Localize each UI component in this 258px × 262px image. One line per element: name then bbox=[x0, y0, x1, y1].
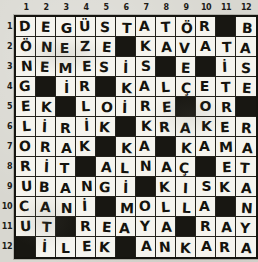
cell-letter: İ bbox=[44, 159, 50, 173]
col-labels: 123456789101112 bbox=[16, 0, 256, 15]
cell-r12c3[interactable]: L bbox=[56, 237, 76, 257]
cell-letter: A bbox=[141, 239, 152, 253]
cell-r3c3[interactable]: M bbox=[56, 57, 76, 77]
cell-r9c3[interactable]: A bbox=[56, 177, 76, 197]
cell-letter: T bbox=[160, 19, 170, 33]
cell-r8c8[interactable]: A bbox=[156, 157, 176, 177]
cell-r12c1 bbox=[16, 237, 36, 257]
col-label-3: 3 bbox=[56, 0, 76, 16]
cell-r12c8[interactable]: N bbox=[156, 237, 176, 257]
cell-r4c11[interactable]: T bbox=[216, 77, 236, 97]
cell-r1c8[interactable]: T bbox=[156, 17, 176, 37]
cell-r2c2[interactable]: N bbox=[36, 37, 56, 57]
cell-r4c9[interactable]: Ç bbox=[176, 77, 196, 97]
cell-r8c11[interactable]: E bbox=[216, 157, 236, 177]
cell-letter: O bbox=[18, 138, 31, 153]
cell-r9c12[interactable]: A bbox=[236, 177, 256, 197]
cell-r8c1[interactable]: R bbox=[16, 157, 36, 177]
cell-letter: S bbox=[141, 58, 151, 72]
cell-letter: N bbox=[158, 240, 170, 255]
cell-r6c8[interactable]: R bbox=[156, 117, 176, 137]
cell-r1c6[interactable]: T bbox=[116, 17, 136, 37]
cell-r12c9[interactable]: K bbox=[176, 237, 196, 257]
col-label-9: 9 bbox=[176, 0, 196, 16]
cell-r6c2[interactable]: İ bbox=[36, 117, 56, 137]
cell-r10c12[interactable]: N bbox=[236, 197, 256, 217]
cell-r9c8[interactable]: K bbox=[156, 177, 176, 197]
cell-r6c9[interactable]: A bbox=[176, 117, 196, 137]
cell-letter: İ bbox=[64, 81, 69, 95]
cell-r12c11[interactable]: R bbox=[216, 237, 236, 257]
cell-r11c11[interactable]: A bbox=[216, 217, 236, 237]
col-label-6: 6 bbox=[116, 0, 136, 16]
cell-r4c7[interactable]: A bbox=[136, 77, 156, 97]
cell-letter: A bbox=[199, 199, 210, 213]
cell-letter: Ö bbox=[180, 20, 192, 34]
cell-r5c8[interactable]: E bbox=[156, 97, 176, 117]
cell-letter: A bbox=[139, 138, 150, 152]
cell-letter: T bbox=[221, 39, 231, 53]
cell-r1c4[interactable]: Ü bbox=[76, 17, 96, 37]
cell-letter: A bbox=[61, 141, 72, 155]
cell-r3c8 bbox=[156, 57, 176, 77]
cell-r4c5 bbox=[96, 77, 116, 97]
cell-letter: K bbox=[99, 240, 111, 255]
cell-r9c1[interactable]: U bbox=[16, 177, 36, 197]
cell-r1c11 bbox=[216, 17, 236, 37]
cell-letter: E bbox=[101, 219, 111, 233]
cell-letter: İ bbox=[42, 240, 48, 254]
cell-letter: L bbox=[61, 241, 70, 255]
cell-letter: R bbox=[60, 121, 71, 135]
cell-r10c2[interactable]: A bbox=[36, 197, 56, 217]
cell-letter: A bbox=[180, 120, 191, 134]
cell-r9c6[interactable]: İ bbox=[116, 177, 136, 197]
cell-r4c10[interactable]: E bbox=[196, 77, 216, 97]
row-label-10: 10 bbox=[0, 197, 13, 217]
cell-r5c10[interactable]: O bbox=[196, 97, 216, 117]
cell-r7c7[interactable]: A bbox=[136, 137, 156, 157]
cell-letter: T bbox=[220, 79, 230, 93]
cell-r1c12[interactable]: B bbox=[236, 17, 256, 37]
cell-r8c9[interactable]: Ç bbox=[176, 157, 196, 177]
cell-r3c1[interactable]: N bbox=[16, 57, 36, 77]
cell-letter: T bbox=[60, 161, 70, 175]
cell-r11c5[interactable]: E bbox=[96, 217, 116, 237]
cell-letter: O bbox=[100, 99, 113, 114]
cell-r1c2[interactable]: E bbox=[36, 17, 56, 37]
cell-letter: N bbox=[80, 178, 92, 192]
cell-r9c10[interactable]: S bbox=[196, 177, 216, 197]
cell-r8c4 bbox=[76, 157, 96, 177]
cell-r10c4[interactable]: İ bbox=[76, 197, 96, 217]
cell-letter: R bbox=[221, 99, 232, 113]
cell-letter: K bbox=[41, 99, 52, 113]
cell-r5c7[interactable]: R bbox=[136, 97, 156, 117]
cell-letter: O bbox=[138, 198, 150, 212]
cell-r8c6[interactable]: L bbox=[116, 157, 136, 177]
cell-letter: Ç bbox=[181, 80, 192, 94]
cell-r3c9[interactable]: E bbox=[176, 57, 196, 77]
cell-letter: Z bbox=[80, 38, 91, 52]
cell-r11c9 bbox=[176, 217, 196, 237]
cell-letter: S bbox=[100, 19, 111, 34]
cell-r10c6[interactable]: M bbox=[116, 197, 136, 217]
cell-letter: K bbox=[180, 241, 191, 255]
cell-letter: A bbox=[139, 18, 150, 32]
cell-letter: S bbox=[99, 59, 110, 74]
cell-letter: M bbox=[119, 200, 133, 214]
cell-letter: M bbox=[218, 139, 232, 153]
cell-letter: A bbox=[40, 199, 51, 213]
cell-r11c4[interactable]: R bbox=[76, 217, 96, 237]
cell-letter: A bbox=[200, 39, 211, 53]
cell-letter: Ö bbox=[19, 38, 32, 53]
cell-letter: E bbox=[200, 79, 210, 93]
cell-r4c8[interactable]: L bbox=[156, 77, 176, 97]
cell-letter: L bbox=[161, 199, 171, 213]
cell-r2c4[interactable]: Z bbox=[76, 37, 96, 57]
cell-r11c3 bbox=[56, 217, 76, 237]
cell-r5c6[interactable]: İ bbox=[116, 97, 136, 117]
cell-letter: A bbox=[119, 220, 130, 234]
cell-letter: I bbox=[183, 180, 189, 194]
cell-r12c12[interactable]: A bbox=[236, 237, 256, 257]
cell-letter: K bbox=[141, 118, 152, 132]
cell-r12c2[interactable]: İ bbox=[36, 237, 56, 257]
cell-letter: G bbox=[98, 179, 110, 194]
cell-r4c6[interactable]: K bbox=[116, 77, 136, 97]
cell-letter: R bbox=[159, 119, 170, 134]
cell-r11c2[interactable]: T bbox=[36, 217, 56, 237]
cell-letter: E bbox=[60, 41, 70, 55]
cell-r1c3[interactable]: G bbox=[56, 17, 76, 37]
cell-r6c11[interactable]: E bbox=[216, 117, 236, 137]
cell-letter: C bbox=[19, 198, 30, 213]
row-label-1: 1 bbox=[0, 17, 13, 37]
cell-letter: T bbox=[240, 160, 250, 174]
cell-letter: R bbox=[219, 240, 230, 254]
cell-r4c1[interactable]: G bbox=[16, 77, 36, 97]
cell-r5c1[interactable]: E bbox=[16, 97, 36, 117]
cell-r3c6[interactable]: İ bbox=[116, 57, 136, 77]
cell-r10c8[interactable]: L bbox=[156, 197, 176, 217]
cell-letter: Ç bbox=[179, 160, 190, 174]
cell-r4c12[interactable]: E bbox=[236, 77, 256, 97]
cell-letter: N bbox=[61, 201, 73, 215]
cell-letter: G bbox=[18, 78, 30, 93]
col-label-1: 1 bbox=[16, 0, 36, 16]
cell-letter: R bbox=[240, 120, 251, 135]
cell-letter: İ bbox=[82, 198, 88, 212]
cell-r6c12[interactable]: R bbox=[236, 117, 256, 137]
cell-letter: İ bbox=[123, 180, 128, 194]
cell-letter: B bbox=[241, 20, 252, 35]
col-label-8: 8 bbox=[156, 0, 176, 16]
cell-r3c10 bbox=[196, 57, 216, 77]
cell-letter: T bbox=[122, 20, 132, 34]
cell-r7c3[interactable]: A bbox=[56, 137, 76, 157]
row-label-11: 11 bbox=[0, 217, 13, 237]
cell-letter: Ü bbox=[79, 18, 91, 32]
cell-letter: İ bbox=[222, 59, 228, 73]
cell-letter: R bbox=[80, 218, 91, 232]
cell-letter: D bbox=[18, 18, 30, 33]
cell-letter: L bbox=[120, 160, 129, 174]
row-label-3: 3 bbox=[0, 57, 13, 77]
cell-r3c11[interactable]: İ bbox=[216, 57, 236, 77]
cell-letter: U bbox=[19, 218, 31, 233]
cell-r6c10[interactable]: K bbox=[196, 117, 216, 137]
cell-r2c8[interactable]: A bbox=[156, 37, 176, 57]
cell-letter: Y bbox=[140, 218, 150, 232]
cell-r9c4[interactable]: N bbox=[76, 177, 96, 197]
cell-letter: K bbox=[121, 80, 132, 94]
row-label-6: 6 bbox=[0, 117, 13, 137]
cell-r10c9[interactable]: L bbox=[176, 197, 196, 217]
row-label-9: 9 bbox=[0, 177, 13, 197]
cell-r5c9 bbox=[176, 97, 196, 117]
cell-letter: E bbox=[180, 60, 190, 74]
cell-r9c9[interactable]: I bbox=[176, 177, 196, 197]
cell-letter: K bbox=[140, 38, 151, 52]
col-label-2: 2 bbox=[36, 0, 56, 16]
cell-r8c12[interactable]: T bbox=[236, 157, 256, 177]
cell-r10c7[interactable]: O bbox=[136, 197, 156, 217]
cell-r9c7 bbox=[136, 177, 156, 197]
cell-r2c7[interactable]: K bbox=[136, 37, 156, 57]
cell-r1c9[interactable]: Ö bbox=[176, 17, 196, 37]
col-label-7: 7 bbox=[136, 0, 156, 16]
cell-r5c2[interactable]: K bbox=[36, 97, 56, 117]
cell-r5c3 bbox=[56, 97, 76, 117]
cell-letter: İ bbox=[84, 118, 90, 132]
cell-r7c6[interactable]: K bbox=[116, 137, 136, 157]
cell-letter: O bbox=[200, 99, 212, 113]
cell-letter: R bbox=[20, 158, 31, 173]
cell-r6c6 bbox=[116, 117, 136, 137]
cell-r1c1[interactable]: D bbox=[16, 17, 36, 37]
cell-letter: M bbox=[59, 61, 73, 75]
cell-letter: V bbox=[179, 40, 190, 54]
cell-letter: R bbox=[140, 98, 151, 112]
cell-r7c9[interactable]: K bbox=[176, 137, 196, 157]
cell-letter: A bbox=[139, 78, 150, 92]
cell-r7c4[interactable]: K bbox=[76, 137, 96, 157]
cell-r5c11[interactable]: R bbox=[216, 97, 236, 117]
cell-r11c10[interactable]: R bbox=[196, 217, 216, 237]
cell-r2c5[interactable]: E bbox=[96, 37, 116, 57]
cell-r8c10 bbox=[196, 157, 216, 177]
cell-letter: L bbox=[81, 98, 90, 112]
col-label-11: 11 bbox=[216, 0, 236, 16]
cell-r8c5[interactable]: A bbox=[96, 157, 116, 177]
row-label-12: 12 bbox=[0, 237, 13, 257]
cell-r1c10[interactable]: R bbox=[196, 17, 216, 37]
cell-letter: E bbox=[81, 58, 91, 72]
cell-letter: Y bbox=[240, 220, 251, 235]
col-label-5: 5 bbox=[96, 0, 116, 16]
cell-r5c5[interactable]: O bbox=[96, 97, 116, 117]
cell-letter: L bbox=[161, 79, 171, 93]
cell-r2c3[interactable]: E bbox=[56, 37, 76, 57]
cell-letter: B bbox=[39, 179, 50, 193]
cell-letter: K bbox=[99, 119, 111, 134]
cell-letter: A bbox=[240, 241, 252, 256]
cell-r1c7[interactable]: A bbox=[136, 17, 156, 37]
cell-r2c10[interactable]: A bbox=[196, 37, 216, 57]
cell-letter: N bbox=[40, 39, 52, 53]
cell-letter: K bbox=[79, 138, 90, 152]
cell-letter: A bbox=[201, 239, 212, 253]
cell-letter: L bbox=[182, 200, 191, 214]
cell-letter: N bbox=[140, 158, 152, 172]
cell-r3c12[interactable]: S bbox=[236, 57, 256, 77]
row-label-7: 7 bbox=[0, 137, 13, 157]
cell-letter: R bbox=[200, 219, 211, 233]
cell-r4c4[interactable]: R bbox=[76, 77, 96, 97]
crossword-grid: DEGÜSTATÖRBÖNEZEKAVATANEMESİSEİSGİRKALÇE… bbox=[14, 15, 258, 259]
cell-r12c10[interactable]: A bbox=[196, 237, 216, 257]
cell-letter: A bbox=[241, 140, 253, 155]
cell-letter: E bbox=[242, 80, 252, 94]
cell-letter: K bbox=[121, 140, 132, 154]
cell-r7c2[interactable]: R bbox=[36, 137, 56, 157]
cell-r3c2[interactable]: E bbox=[36, 57, 56, 77]
cell-letter: U bbox=[20, 178, 32, 193]
cell-r6c1[interactable]: L bbox=[16, 117, 36, 137]
cell-letter: S bbox=[241, 60, 252, 75]
cell-r11c6[interactable]: A bbox=[116, 217, 136, 237]
cell-r10c3[interactable]: N bbox=[56, 197, 76, 217]
cell-letter: L bbox=[22, 118, 32, 132]
cell-r9c11[interactable]: K bbox=[216, 177, 236, 197]
cell-letter: S bbox=[201, 179, 211, 193]
cell-r2c12[interactable]: A bbox=[236, 37, 256, 57]
row-labels: 123456789101112 bbox=[0, 17, 13, 257]
row-label-4: 4 bbox=[0, 77, 13, 97]
cell-r12c5[interactable]: K bbox=[96, 237, 116, 257]
cell-r1c5[interactable]: S bbox=[96, 17, 116, 37]
cell-r6c3[interactable]: R bbox=[56, 117, 76, 137]
cell-letter: A bbox=[161, 219, 173, 234]
cell-r3c4[interactable]: E bbox=[76, 57, 96, 77]
cell-r7c5 bbox=[96, 137, 116, 157]
cell-r4c3[interactable]: İ bbox=[56, 77, 76, 97]
cell-letter: R bbox=[40, 139, 51, 153]
cell-letter: A bbox=[60, 181, 71, 195]
cell-r5c12 bbox=[236, 97, 256, 117]
cell-r11c1[interactable]: U bbox=[16, 217, 36, 237]
cell-letter: E bbox=[219, 119, 229, 133]
cell-r2c11[interactable]: T bbox=[216, 37, 236, 57]
row-label-2: 2 bbox=[0, 37, 13, 57]
cell-letter: İ bbox=[122, 100, 127, 114]
cell-r7c11[interactable]: M bbox=[216, 137, 236, 157]
cell-letter: A bbox=[239, 40, 251, 55]
cell-r10c5 bbox=[96, 197, 116, 217]
cell-r12c4[interactable]: E bbox=[76, 237, 96, 257]
cell-r2c6 bbox=[116, 37, 136, 57]
cell-letter: K bbox=[201, 119, 212, 133]
cell-r6c7[interactable]: K bbox=[136, 117, 156, 137]
cell-letter: R bbox=[79, 78, 90, 92]
cell-r9c5[interactable]: G bbox=[96, 177, 116, 197]
cell-r7c12[interactable]: A bbox=[236, 137, 256, 157]
cell-letter: E bbox=[20, 98, 30, 112]
cell-r10c11 bbox=[216, 197, 236, 217]
cell-letter: T bbox=[41, 219, 51, 233]
cell-r9c2[interactable]: B bbox=[36, 177, 56, 197]
cell-r7c10[interactable]: A bbox=[196, 137, 216, 157]
cell-r3c5[interactable]: S bbox=[96, 57, 116, 77]
cell-r7c1[interactable]: O bbox=[16, 137, 36, 157]
crossword-scan: 123456789101112 123456789101112 DEGÜSTAT… bbox=[0, 0, 258, 262]
cell-r3c7[interactable]: S bbox=[136, 57, 156, 77]
cell-letter: A bbox=[199, 139, 210, 153]
cell-r11c7[interactable]: Y bbox=[136, 217, 156, 237]
cell-r2c9[interactable]: V bbox=[176, 37, 196, 57]
cell-r8c7[interactable]: N bbox=[136, 157, 156, 177]
cell-letter: A bbox=[221, 219, 232, 233]
cell-letter: E bbox=[101, 39, 111, 53]
cell-letter: A bbox=[161, 39, 173, 54]
cell-letter: K bbox=[181, 140, 192, 154]
cell-r8c2[interactable]: İ bbox=[36, 157, 56, 177]
cell-r8c3[interactable]: T bbox=[56, 157, 76, 177]
cell-r2c1[interactable]: Ö bbox=[16, 37, 36, 57]
cell-r11c12[interactable]: Y bbox=[236, 217, 256, 237]
cell-letter: A bbox=[101, 159, 113, 174]
cell-letter: A bbox=[240, 180, 252, 195]
cell-r6c5[interactable]: K bbox=[96, 117, 116, 137]
cell-r5c4[interactable]: L bbox=[76, 97, 96, 117]
cell-letter: E bbox=[39, 59, 49, 73]
cell-r12c7[interactable]: A bbox=[136, 237, 156, 257]
cell-letter: N bbox=[20, 58, 32, 73]
cell-letter: E bbox=[40, 19, 50, 33]
col-label-10: 10 bbox=[196, 0, 216, 16]
col-label-12: 12 bbox=[236, 0, 256, 16]
cell-r10c1[interactable]: C bbox=[16, 197, 36, 217]
cell-letter: G bbox=[61, 21, 73, 35]
row-label-8: 8 bbox=[0, 157, 13, 177]
cell-letter: K bbox=[159, 179, 171, 194]
cell-letter: A bbox=[161, 159, 173, 174]
cell-r7c8 bbox=[156, 137, 176, 157]
cell-letter: N bbox=[241, 200, 253, 215]
cell-letter: R bbox=[199, 19, 210, 33]
cell-r4c2 bbox=[36, 77, 56, 97]
cell-r6c4[interactable]: İ bbox=[76, 117, 96, 137]
cell-letter: İ bbox=[123, 60, 128, 74]
cell-letter: E bbox=[161, 99, 171, 113]
cell-r12c6 bbox=[116, 237, 136, 257]
cell-r11c8[interactable]: A bbox=[156, 217, 176, 237]
row-label-5: 5 bbox=[0, 97, 13, 117]
cell-r10c10[interactable]: A bbox=[196, 197, 216, 217]
col-label-4: 4 bbox=[76, 0, 96, 16]
cell-letter: K bbox=[219, 179, 230, 193]
cell-letter: E bbox=[81, 239, 91, 253]
cell-letter: İ bbox=[42, 119, 48, 133]
cell-letter: E bbox=[221, 159, 231, 173]
